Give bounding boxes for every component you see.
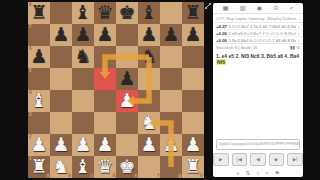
white-pawn-c2[interactable]: ♟ (72, 134, 94, 156)
square-g6[interactable] (160, 46, 182, 68)
white-knight-f3[interactable]: ♞ (138, 112, 160, 134)
move-list-text[interactable]: 1. e4 e5 2. Nf3 Nc6 3. Bb5 a6 4. Ba4 (216, 53, 299, 59)
file-label: d (112, 173, 115, 178)
square-h6[interactable] (182, 46, 204, 68)
engine-line[interactable]: +0.00 5.Nc3 Bb4 6.O-O O-O 7.d3 d6 8.Bd2 … (213, 37, 303, 43)
square-d5[interactable] (94, 68, 116, 90)
square-a3[interactable]: 3 (28, 112, 50, 134)
black-pawn-h7[interactable]: ♟ (182, 24, 204, 46)
engine-settings-icon[interactable]: ⊙ (296, 45, 300, 50)
rank-label: 8 (29, 2, 32, 7)
square-d8[interactable]: ♛ (94, 2, 116, 24)
square-h4[interactable] (182, 90, 204, 112)
square-c1[interactable]: c♝ (72, 156, 94, 178)
square-b2[interactable]: ♟ (50, 134, 72, 156)
square-a5[interactable]: 5 (28, 68, 50, 90)
black-king-e8[interactable]: ♚ (116, 2, 138, 24)
rank-label: 6 (29, 46, 32, 51)
analysis-panel: ▦ ▥ ◉ ⊙ < C77: Ruy Lopez Opening: Morphy… (213, 3, 303, 177)
engine-eval: +0.27 (216, 23, 227, 28)
square-g1[interactable]: g (160, 156, 182, 178)
chess-board[interactable]: 8♜♝♛♚♝♜7♟♟♟♟♟♟6♟♞♞5♟4♝♟3♞2♟♟♟♟♟♟♟1a♜b♞c♝… (28, 2, 204, 178)
square-a1[interactable]: 1a♜ (28, 156, 50, 178)
engine-moves: 5.Nc3 Bb4 6.O-O O-O 7.d3 d6 8.Bd2 (228, 37, 296, 42)
file-label: f (158, 173, 160, 178)
square-d4[interactable] (94, 90, 116, 112)
analysis-icon[interactable]: ▥ (240, 5, 246, 11)
square-a6[interactable]: 6♟ (28, 46, 50, 68)
square-g3[interactable] (160, 112, 182, 134)
share-alt-icon[interactable]: < (266, 170, 269, 176)
square-e2[interactable] (116, 134, 138, 156)
white-pawn-b2[interactable]: ♟ (50, 134, 72, 156)
square-e7[interactable] (116, 24, 138, 46)
square-a8[interactable]: 8♜ (28, 2, 50, 24)
info-icon[interactable]: ⊙ (273, 5, 278, 11)
square-c3[interactable] (72, 112, 94, 134)
opening-name[interactable]: C77: Ruy Lopez Opening: Morphy Defens… (213, 14, 303, 22)
expand-line-icon[interactable]: + (298, 23, 301, 28)
square-f7[interactable]: ♟ (138, 24, 160, 46)
jump-start-button[interactable]: |◀ (232, 153, 248, 166)
rank-label: 4 (29, 90, 32, 95)
rank-label: 1 (29, 156, 32, 161)
rank-label: 3 (29, 112, 32, 117)
fen-value: r1bqkb1r/1ppp1ppp/p1n2n2/4p3/B3P3/5N2/PP… (218, 143, 298, 147)
file-label: a (46, 173, 49, 178)
rank-label: 2 (29, 134, 32, 139)
black-pawn-e5[interactable]: ♟ (116, 68, 138, 90)
square-c6[interactable]: ♞ (72, 46, 94, 68)
square-g5[interactable] (160, 68, 182, 90)
square-c8[interactable]: ♝ (72, 2, 94, 24)
resize-icon[interactable] (204, 2, 212, 10)
panel-spacer (213, 66, 303, 139)
panel-toolbar: ▦ ▥ ◉ ⊙ < (213, 3, 303, 14)
square-f6[interactable]: ♞ (138, 46, 160, 68)
square-g4[interactable] (160, 90, 182, 112)
square-f8[interactable]: ♝ (138, 2, 160, 24)
engine-moves: 5.d3 d6 6.c3 Be7 7.O-O O-O 8.Re1 (228, 30, 296, 35)
move-nav: ▶ |◀ ◀ ▶ ▶| (213, 152, 303, 168)
white-pawn-f2[interactable]: ♟ (138, 134, 160, 156)
expand-line-icon[interactable]: + (298, 30, 301, 35)
square-a7[interactable]: 7 (28, 24, 50, 46)
file-label: h (200, 173, 203, 178)
square-b6[interactable] (50, 46, 72, 68)
engine-lines: +0.27 5.O-O Be7 6.Nc3 b5 7.Bb3 d6 8.Nd5 … (213, 22, 303, 44)
square-d7[interactable]: ♟ (94, 24, 116, 46)
black-bishop-f8[interactable]: ♝ (138, 2, 160, 24)
engine-status-text: Stockfish 8 | depth 16 (216, 45, 269, 50)
engine-line[interactable]: +0.27 5.O-O Be7 6.Nc3 b5 7.Bb3 d6 8.Nd5 … (213, 23, 303, 30)
prev-move-button[interactable]: ◀ (250, 153, 266, 166)
square-d6[interactable] (94, 46, 116, 68)
square-b4[interactable] (50, 90, 72, 112)
file-label: c (90, 173, 93, 178)
square-b3[interactable] (50, 112, 72, 134)
rank-label: 5 (29, 68, 32, 73)
engine-eval: +0.00 (216, 30, 227, 35)
square-f5[interactable] (138, 68, 160, 90)
square-g7[interactable]: ♟ (160, 24, 182, 46)
engine-line[interactable]: +0.00 5.d3 d6 6.c3 Be7 7.O-O O-O 8.Re1 + (213, 30, 303, 37)
next-move-button[interactable]: ▶ (269, 153, 285, 166)
black-knight-f6[interactable]: ♞ (138, 46, 160, 68)
square-e3[interactable] (116, 112, 138, 134)
square-h8[interactable]: ♜ (182, 2, 204, 24)
file-label: g (178, 173, 181, 178)
file-label: b (68, 173, 71, 178)
opening-name-text: C77: Ruy Lopez Opening: Morphy Defens… (216, 15, 300, 20)
black-pawn-d7[interactable]: ♟ (94, 24, 116, 46)
black-queen-d8[interactable]: ♛ (94, 2, 116, 24)
square-e5[interactable]: ♟ (116, 68, 138, 90)
circle-icon[interactable]: ○ (256, 170, 259, 176)
square-e8[interactable]: ♚ (116, 2, 138, 24)
square-h5[interactable] (182, 68, 204, 90)
engine-eval: +0.00 (216, 37, 227, 42)
square-h2[interactable]: ♟ (182, 134, 204, 156)
square-e1[interactable]: e♚ (116, 156, 138, 178)
eye-icon[interactable]: ◉ (257, 5, 262, 11)
square-f4[interactable] (138, 90, 160, 112)
move-list[interactable]: 1. e4 e5 2. Nf3 Nc6 3. Bb5 a6 4. Ba4 Nf6 (213, 51, 303, 66)
black-pawn-f7[interactable]: ♟ (138, 24, 160, 46)
square-c2[interactable]: ♟ (72, 134, 94, 156)
share-icon[interactable]: < (290, 5, 294, 11)
square-e6[interactable] (116, 46, 138, 68)
white-pawn-g2[interactable]: ♟ (160, 134, 182, 156)
flip-board-icon[interactable]: ⇅ (246, 170, 251, 176)
white-pawn-h2[interactable]: ♟ (182, 134, 204, 156)
square-h3[interactable] (182, 112, 204, 134)
play-button[interactable]: ▶ (213, 153, 229, 166)
square-b1[interactable]: b♞ (50, 156, 72, 178)
square-d3[interactable] (94, 112, 116, 134)
square-f3[interactable]: ♞ (138, 112, 160, 134)
black-bishop-c8[interactable]: ♝ (72, 2, 94, 24)
black-rook-h8[interactable]: ♜ (182, 2, 204, 24)
white-pawn-d2[interactable]: ♟ (94, 134, 116, 156)
fen-input[interactable]: r1bqkb1r/1ppp1ppp/p1n2n2/4p3/B3P3/5N2/PP… (216, 139, 300, 150)
flag-icon[interactable]: ⚑ (275, 170, 280, 176)
board-icon[interactable]: ▦ (223, 5, 229, 11)
square-g2[interactable]: ♟ (160, 134, 182, 156)
engine-moves: 5.O-O Be7 6.Nc3 b5 7.Bb3 d6 8.Nd5 (228, 23, 296, 28)
white-pawn-e4[interactable]: ♟ (116, 90, 138, 112)
rank-label: 7 (29, 24, 32, 29)
square-c7[interactable]: ♟ (72, 24, 94, 46)
black-knight-c6[interactable]: ♞ (72, 46, 94, 68)
black-pawn-c7[interactable]: ♟ (72, 24, 94, 46)
expand-line-icon[interactable]: + (298, 37, 301, 42)
square-a4[interactable]: 4♝ (28, 90, 50, 112)
square-a2[interactable]: 2♟ (28, 134, 50, 156)
jump-end-button[interactable]: ▶| (287, 153, 303, 166)
square-h7[interactable]: ♟ (182, 24, 204, 46)
current-move[interactable]: Nf6 (216, 59, 226, 65)
square-h1[interactable]: h♜ (182, 156, 204, 178)
square-b5[interactable] (50, 68, 72, 90)
square-g8[interactable] (160, 2, 182, 24)
file-label: e (134, 173, 137, 178)
engine-status: Stockfish 8 | depth 16 ▮▮ ⊙ (213, 44, 303, 51)
square-f2[interactable]: ♟ (138, 134, 160, 156)
square-c4[interactable] (72, 90, 94, 112)
add-icon[interactable]: + (236, 170, 239, 176)
black-pawn-g7[interactable]: ♟ (160, 24, 182, 46)
square-e4[interactable]: ♟ (116, 90, 138, 112)
square-f1[interactable]: f (138, 156, 160, 178)
square-d1[interactable]: d♛ (94, 156, 116, 178)
square-b7[interactable]: ♟ (50, 24, 72, 46)
pause-engine-icon[interactable]: ▮▮ (290, 45, 295, 50)
square-d2[interactable]: ♟ (94, 134, 116, 156)
black-pawn-b7[interactable]: ♟ (50, 24, 72, 46)
square-c5[interactable] (72, 68, 94, 90)
footer-icons: + ⇅ ○ < ⚑ (213, 168, 303, 177)
square-b8[interactable] (50, 2, 72, 24)
